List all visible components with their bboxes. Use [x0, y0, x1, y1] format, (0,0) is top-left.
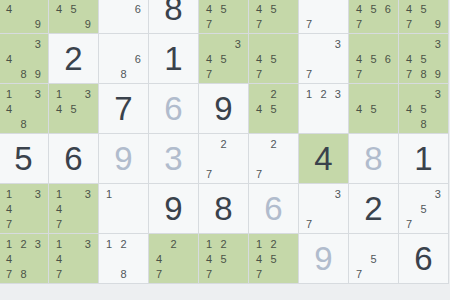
- candidate-empty: [266, 266, 280, 281]
- cell-value: 9: [149, 184, 198, 233]
- candidate-empty: [31, 216, 45, 231]
- candidate-empty: [281, 266, 295, 281]
- candidate-empty: [381, 251, 395, 266]
- candidate-empty: [116, 1, 130, 16]
- candidate-empty: [216, 66, 230, 81]
- candidate-3: 3: [331, 86, 345, 101]
- candidate-3: 3: [31, 186, 45, 201]
- candidate-empty: [231, 16, 245, 31]
- candidate-empty: [131, 186, 145, 201]
- cell-r4c2[interactable]: 459: [49, 0, 98, 33]
- candidate-empty: [102, 16, 116, 31]
- cell-value: 3: [149, 134, 198, 183]
- candidate-7: 7: [352, 66, 366, 81]
- candidate-empty: [381, 116, 395, 131]
- candidate-empty: [416, 216, 430, 231]
- cell-value: 6: [49, 134, 98, 183]
- cell-r7c8[interactable]: 8: [349, 134, 398, 183]
- candidate-empty: [281, 116, 295, 131]
- cell-r9c9[interactable]: 6: [399, 234, 448, 283]
- candidate-2: 2: [116, 236, 130, 251]
- candidate-empty: [116, 216, 130, 231]
- cell-r9c3[interactable]: 128: [99, 234, 148, 283]
- candidate-9: 9: [81, 16, 95, 31]
- candidate-7: 7: [2, 216, 16, 231]
- candidate-grid: 27: [202, 136, 245, 181]
- candidate-empty: [331, 16, 345, 31]
- candidate-empty: [402, 86, 416, 101]
- candidate-empty: [66, 236, 80, 251]
- candidate-empty: [366, 236, 380, 251]
- candidate-3: 3: [331, 186, 345, 201]
- cell-value: 6: [399, 234, 448, 283]
- candidate-empty: [116, 51, 130, 66]
- candidate-5: 5: [416, 1, 430, 16]
- candidate-8: 8: [416, 116, 430, 131]
- cell-r4c5[interactable]: 457: [199, 0, 248, 33]
- cell-r9c1[interactable]: 123478: [0, 234, 48, 283]
- candidate-2: 2: [316, 86, 330, 101]
- candidate-7: 7: [52, 266, 66, 281]
- candidate-1: 1: [52, 186, 66, 201]
- cell-r5c3[interactable]: 68: [99, 34, 148, 83]
- candidate-empty: [166, 266, 180, 281]
- candidate-3: 3: [31, 86, 45, 101]
- candidate-empty: [116, 16, 130, 31]
- cell-r8c6[interactable]: 6: [249, 184, 298, 233]
- candidate-empty: [152, 236, 166, 251]
- candidate-7: 7: [352, 16, 366, 31]
- candidate-2: 2: [266, 86, 280, 101]
- candidate-empty: [216, 36, 230, 51]
- candidate-6: 6: [381, 51, 395, 66]
- cell-value: 1: [399, 134, 448, 183]
- candidate-empty: [231, 51, 245, 66]
- candidate-1: 1: [102, 236, 116, 251]
- candidate-4: 4: [202, 1, 216, 16]
- candidate-empty: [216, 266, 230, 281]
- cell-r8c3[interactable]: 1: [99, 184, 148, 233]
- candidate-empty: [16, 36, 30, 51]
- candidate-empty: [31, 51, 45, 66]
- candidate-empty: [402, 116, 416, 131]
- candidate-empty: [366, 16, 380, 31]
- candidate-grid: 4567: [352, 36, 395, 81]
- candidate-empty: [416, 86, 430, 101]
- candidate-4: 4: [402, 101, 416, 116]
- candidate-empty: [16, 251, 30, 266]
- candidate-empty: [316, 16, 330, 31]
- cell-r8c4[interactable]: 9: [149, 184, 198, 233]
- cell-value: 5: [0, 134, 48, 183]
- candidate-empty: [331, 116, 345, 131]
- cell-r5c7[interactable]: 37: [299, 34, 348, 83]
- candidate-5: 5: [266, 251, 280, 266]
- candidate-empty: [281, 66, 295, 81]
- cell-r6c7[interactable]: 123: [299, 84, 348, 133]
- cell-r7c6[interactable]: 27: [249, 134, 298, 183]
- candidate-empty: [231, 151, 245, 166]
- candidate-7: 7: [352, 266, 366, 281]
- candidate-1: 1: [52, 86, 66, 101]
- candidate-empty: [31, 101, 45, 116]
- candidate-4: 4: [2, 101, 16, 116]
- candidate-8: 8: [16, 66, 30, 81]
- candidate-empty: [216, 166, 230, 181]
- candidate-grid: 345789: [402, 36, 445, 81]
- candidate-8: 8: [416, 66, 430, 81]
- candidate-5: 5: [416, 51, 430, 66]
- candidate-empty: [366, 266, 380, 281]
- candidate-empty: [302, 186, 316, 201]
- candidate-empty: [381, 101, 395, 116]
- candidate-empty: [381, 266, 395, 281]
- candidate-empty: [352, 86, 366, 101]
- cell-r4c4[interactable]: 8: [149, 0, 198, 33]
- sudoku-app-screen: 4945968457457745674579348926813457457374…: [0, 0, 450, 300]
- candidate-empty: [81, 266, 95, 281]
- candidate-empty: [366, 36, 380, 51]
- candidate-8: 8: [16, 266, 30, 281]
- cell-r7c5[interactable]: 27: [199, 134, 248, 183]
- cell-r7c4[interactable]: 3: [149, 134, 198, 183]
- candidate-grid: 1347: [52, 236, 95, 281]
- cell-r8c1[interactable]: 1347: [0, 184, 48, 233]
- candidate-empty: [381, 36, 395, 51]
- cell-r4c9[interactable]: 4579: [399, 0, 448, 33]
- candidate-empty: [281, 101, 295, 116]
- candidate-empty: [31, 266, 45, 281]
- candidate-6: 6: [131, 51, 145, 66]
- candidate-empty: [402, 36, 416, 51]
- candidate-empty: [316, 101, 330, 116]
- candidate-empty: [81, 101, 95, 116]
- candidate-empty: [331, 101, 345, 116]
- candidate-empty: [431, 201, 445, 216]
- candidate-empty: [131, 36, 145, 51]
- candidate-grid: 57: [352, 236, 395, 281]
- candidate-grid: 1348: [2, 86, 45, 131]
- cell-r6c4[interactable]: 6: [149, 84, 198, 133]
- candidate-empty: [431, 216, 445, 231]
- candidate-empty: [416, 186, 430, 201]
- cell-r4c1[interactable]: 49: [0, 0, 48, 33]
- cell-value: 1: [149, 34, 198, 83]
- candidate-2: 2: [166, 236, 180, 251]
- candidate-empty: [231, 236, 245, 251]
- candidate-grid: 49: [2, 0, 45, 31]
- candidate-9: 9: [31, 66, 45, 81]
- candidate-3: 3: [431, 36, 445, 51]
- candidate-grid: 12457: [202, 236, 245, 281]
- candidate-4: 4: [152, 251, 166, 266]
- candidate-empty: [131, 201, 145, 216]
- candidate-5: 5: [216, 51, 230, 66]
- candidate-empty: [16, 101, 30, 116]
- candidate-4: 4: [2, 201, 16, 216]
- candidate-4: 4: [2, 1, 16, 16]
- candidate-1: 1: [302, 86, 316, 101]
- candidate-grid: 4579: [402, 0, 445, 31]
- cell-r8c9[interactable]: 357: [399, 184, 448, 233]
- candidate-empty: [116, 201, 130, 216]
- cell-r7c2[interactable]: 6: [49, 134, 98, 183]
- candidate-empty: [31, 251, 45, 266]
- candidate-grid: 123: [302, 86, 345, 131]
- candidate-empty: [281, 166, 295, 181]
- candidate-7: 7: [202, 266, 216, 281]
- candidate-empty: [52, 116, 66, 131]
- candidate-empty: [316, 216, 330, 231]
- candidate-empty: [252, 151, 266, 166]
- candidate-empty: [16, 86, 30, 101]
- candidate-grid: 3489: [2, 36, 45, 81]
- candidate-grid: 1: [102, 186, 145, 231]
- candidate-5: 5: [416, 201, 430, 216]
- candidate-empty: [352, 36, 366, 51]
- candidate-empty: [31, 116, 45, 131]
- candidate-9: 9: [431, 66, 445, 81]
- candidate-empty: [431, 1, 445, 16]
- candidate-5: 5: [266, 101, 280, 116]
- candidate-5: 5: [216, 251, 230, 266]
- cell-r6c9[interactable]: 3458: [399, 84, 448, 133]
- candidate-empty: [281, 36, 295, 51]
- candidate-empty: [331, 216, 345, 231]
- candidate-empty: [181, 236, 195, 251]
- candidate-grid: 245: [252, 86, 295, 131]
- cell-r5c6[interactable]: 457: [249, 34, 298, 83]
- candidate-4: 4: [252, 251, 266, 266]
- candidate-empty: [181, 251, 195, 266]
- candidate-empty: [102, 266, 116, 281]
- candidate-empty: [331, 201, 345, 216]
- candidate-3: 3: [431, 186, 445, 201]
- candidate-7: 7: [2, 266, 16, 281]
- cell-r5c9[interactable]: 345789: [399, 34, 448, 83]
- candidate-empty: [302, 51, 316, 66]
- candidate-5: 5: [66, 101, 80, 116]
- candidate-empty: [331, 1, 345, 16]
- cell-r9c2[interactable]: 1347: [49, 234, 98, 283]
- candidate-empty: [252, 36, 266, 51]
- candidate-empty: [81, 116, 95, 131]
- candidate-2: 2: [266, 236, 280, 251]
- candidate-7: 7: [402, 216, 416, 231]
- candidate-empty: [281, 136, 295, 151]
- candidate-empty: [266, 16, 280, 31]
- candidate-empty: [266, 151, 280, 166]
- candidate-3: 3: [31, 236, 45, 251]
- candidate-4: 4: [352, 51, 366, 66]
- candidate-4: 4: [52, 201, 66, 216]
- candidate-empty: [266, 36, 280, 51]
- candidate-grid: 45: [352, 86, 395, 131]
- cell-value: 2: [49, 34, 98, 83]
- candidate-7: 7: [252, 166, 266, 181]
- cell-r7c7-selected[interactable]: 4: [299, 134, 348, 183]
- cell-r5c4[interactable]: 1: [149, 34, 198, 83]
- candidate-grid: 12457: [252, 236, 295, 281]
- candidate-empty: [281, 86, 295, 101]
- cell-r5c2[interactable]: 2: [49, 34, 98, 83]
- cell-value: 8: [349, 134, 398, 183]
- candidate-3: 3: [81, 236, 95, 251]
- candidate-3: 3: [81, 186, 95, 201]
- candidate-empty: [302, 201, 316, 216]
- candidate-grid: 247: [152, 236, 195, 281]
- candidate-empty: [131, 216, 145, 231]
- candidate-empty: [102, 66, 116, 81]
- candidate-empty: [16, 216, 30, 231]
- candidate-3: 3: [81, 86, 95, 101]
- cell-r4c6[interactable]: 457: [249, 0, 298, 33]
- candidate-empty: [131, 251, 145, 266]
- candidate-empty: [102, 1, 116, 16]
- cell-r9c5[interactable]: 12457: [199, 234, 248, 283]
- candidate-grid: 128: [102, 236, 145, 281]
- cell-r8c2[interactable]: 1347: [49, 184, 98, 233]
- candidate-empty: [316, 36, 330, 51]
- candidate-4: 4: [352, 101, 366, 116]
- cell-r9c4[interactable]: 247: [149, 234, 198, 283]
- candidate-empty: [231, 136, 245, 151]
- candidate-empty: [16, 1, 30, 16]
- candidate-8: 8: [116, 66, 130, 81]
- candidate-empty: [266, 166, 280, 181]
- cell-r8c5[interactable]: 8: [199, 184, 248, 233]
- candidate-grid: 6: [102, 0, 145, 31]
- candidate-empty: [66, 186, 80, 201]
- candidate-empty: [352, 116, 366, 131]
- candidate-2: 2: [16, 236, 30, 251]
- candidate-empty: [331, 66, 345, 81]
- candidate-empty: [81, 1, 95, 16]
- candidate-empty: [302, 116, 316, 131]
- cell-r6c3[interactable]: 7: [99, 84, 148, 133]
- cell-r6c1[interactable]: 1348: [0, 84, 48, 133]
- cell-r9c8[interactable]: 57: [349, 234, 398, 283]
- candidate-1: 1: [202, 236, 216, 251]
- candidate-empty: [381, 86, 395, 101]
- cell-r7c9[interactable]: 1: [399, 134, 448, 183]
- candidate-empty: [102, 216, 116, 231]
- cell-value: 6: [149, 84, 198, 133]
- cell-r6c6[interactable]: 245: [249, 84, 298, 133]
- candidate-5: 5: [366, 1, 380, 16]
- candidate-empty: [381, 16, 395, 31]
- candidate-empty: [66, 16, 80, 31]
- candidate-7: 7: [302, 16, 316, 31]
- candidate-empty: [366, 116, 380, 131]
- candidate-empty: [316, 51, 330, 66]
- candidate-grid: 68: [102, 36, 145, 81]
- candidate-empty: [31, 201, 45, 216]
- candidate-empty: [352, 236, 366, 251]
- candidate-empty: [366, 86, 380, 101]
- candidate-empty: [16, 51, 30, 66]
- cell-r5c5[interactable]: 3457: [199, 34, 248, 83]
- candidate-grid: 1345: [52, 86, 95, 131]
- candidate-grid: 123478: [2, 236, 45, 281]
- cell-r7c3[interactable]: 9: [99, 134, 148, 183]
- candidate-empty: [66, 86, 80, 101]
- candidate-empty: [231, 251, 245, 266]
- candidate-3: 3: [431, 86, 445, 101]
- candidate-empty: [416, 36, 430, 51]
- cell-r6c5[interactable]: 9: [199, 84, 248, 133]
- cell-value: 8: [199, 184, 248, 233]
- cell-r9c7[interactable]: 9: [299, 234, 348, 283]
- candidate-3: 3: [231, 36, 245, 51]
- candidate-empty: [281, 151, 295, 166]
- cell-r9c6[interactable]: 12457: [249, 234, 298, 283]
- candidate-5: 5: [366, 251, 380, 266]
- candidate-empty: [181, 266, 195, 281]
- cell-r7c1[interactable]: 5: [0, 134, 48, 183]
- candidate-grid: 1347: [52, 186, 95, 231]
- cell-r8c7[interactable]: 37: [299, 184, 348, 233]
- candidate-grid: 457: [252, 36, 295, 81]
- candidate-5: 5: [366, 101, 380, 116]
- candidate-7: 7: [302, 66, 316, 81]
- cell-r4c8[interactable]: 4567: [349, 0, 398, 33]
- candidate-empty: [31, 1, 45, 16]
- candidate-empty: [81, 251, 95, 266]
- cell-value: 9: [199, 84, 248, 133]
- candidate-grid: 27: [252, 136, 295, 181]
- candidate-empty: [266, 116, 280, 131]
- cell-r5c8[interactable]: 4567: [349, 34, 398, 83]
- candidate-8: 8: [16, 116, 30, 131]
- candidate-empty: [366, 66, 380, 81]
- candidate-7: 7: [402, 66, 416, 81]
- candidate-empty: [281, 236, 295, 251]
- candidate-grid: 37: [302, 36, 345, 81]
- candidate-empty: [131, 16, 145, 31]
- candidate-8: 8: [116, 266, 130, 281]
- candidate-2: 2: [266, 136, 280, 151]
- cell-r6c2[interactable]: 1345: [49, 84, 98, 133]
- cell-r6c8[interactable]: 45: [349, 84, 398, 133]
- cell-r4c3[interactable]: 6: [99, 0, 148, 33]
- candidate-empty: [281, 1, 295, 16]
- candidate-empty: [81, 216, 95, 231]
- candidate-7: 7: [252, 16, 266, 31]
- candidate-empty: [231, 1, 245, 16]
- candidate-empty: [16, 201, 30, 216]
- candidate-empty: [116, 251, 130, 266]
- candidate-4: 4: [2, 251, 16, 266]
- candidate-2: 2: [216, 236, 230, 251]
- cell-value: 8: [149, 0, 198, 33]
- candidate-empty: [66, 116, 80, 131]
- cell-r8c8[interactable]: 2: [349, 184, 398, 233]
- candidate-empty: [331, 51, 345, 66]
- candidate-6: 6: [131, 1, 145, 16]
- candidate-empty: [302, 36, 316, 51]
- candidate-empty: [66, 266, 80, 281]
- cell-r4c7[interactable]: 7: [299, 0, 348, 33]
- candidate-empty: [302, 1, 316, 16]
- cell-r5c1[interactable]: 3489: [0, 34, 48, 83]
- candidate-7: 7: [202, 16, 216, 31]
- candidate-1: 1: [2, 186, 16, 201]
- candidate-7: 7: [302, 216, 316, 231]
- candidate-grid: 457: [252, 0, 295, 31]
- candidate-empty: [316, 1, 330, 16]
- candidate-empty: [116, 36, 130, 51]
